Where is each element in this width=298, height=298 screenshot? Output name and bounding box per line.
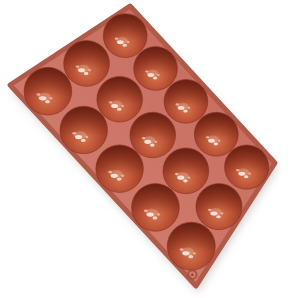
specular-highlight [244, 175, 248, 178]
cavity-0-4 [225, 145, 269, 189]
specular-highlight [123, 44, 127, 47]
specular-highlight [150, 143, 155, 146]
specular-highlight [77, 65, 89, 72]
specular-highlight [216, 215, 221, 218]
specular-highlight [74, 131, 86, 139]
specular-highlight [188, 255, 193, 258]
specular-highlight [210, 208, 222, 215]
photo-canvas [0, 0, 298, 298]
specular-highlight [38, 93, 50, 101]
cavity-0-1 [134, 47, 178, 91]
specular-highlight [146, 209, 158, 217]
specular-highlight [238, 168, 249, 175]
cavity-1-4 [196, 184, 242, 230]
cavity-2-1 [60, 106, 108, 154]
specular-highlight [110, 101, 122, 108]
cavity-2-2 [96, 145, 144, 193]
specular-highlight [183, 179, 188, 182]
cavity-0-3 [194, 112, 238, 156]
specular-highlight [183, 109, 187, 112]
specular-highlight [214, 142, 218, 145]
specular-highlight [116, 37, 127, 44]
specular-highlight [143, 136, 155, 143]
specular-highlight [84, 72, 89, 75]
cavity-2-4 [167, 222, 215, 270]
specular-highlight [207, 136, 218, 143]
hang-hole-center [191, 274, 193, 276]
specular-highlight [81, 139, 86, 142]
specular-highlight [45, 100, 50, 103]
cavity-0-2 [164, 79, 208, 123]
specular-highlight [177, 103, 188, 110]
specular-highlight [153, 216, 158, 219]
specular-highlight [153, 77, 157, 80]
cavity-1-3 [163, 148, 209, 194]
cavity-2-3 [132, 184, 180, 232]
cavity-2-0 [24, 67, 72, 115]
mold-photo [0, 0, 298, 298]
specular-highlight [176, 172, 188, 179]
specular-highlight [110, 170, 122, 178]
specular-highlight [181, 248, 193, 256]
cavity-1-2 [130, 112, 176, 158]
cavity-1-0 [64, 41, 110, 87]
specular-highlight [117, 177, 122, 180]
cavity-1-1 [97, 76, 143, 122]
cavity-0-0 [103, 14, 147, 58]
specular-highlight [117, 108, 122, 111]
specular-highlight [147, 70, 158, 77]
